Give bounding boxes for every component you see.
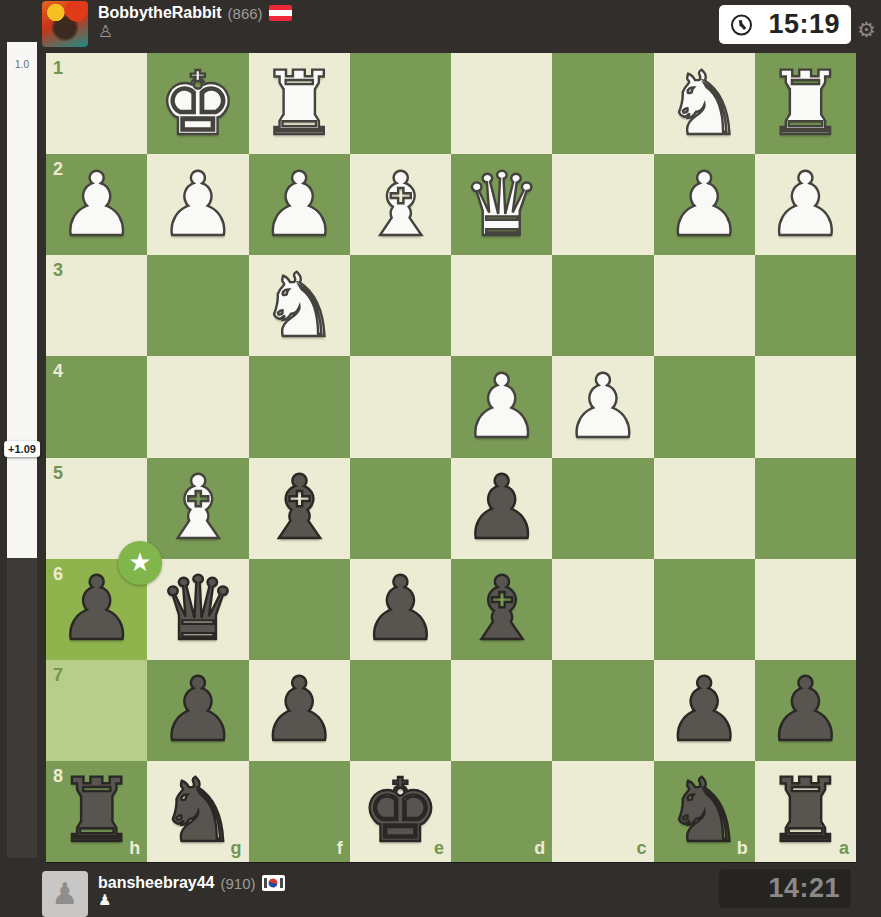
white-king-g1[interactable]: ♚	[147, 53, 248, 154]
white-knight-b1[interactable]: ♞	[654, 53, 755, 154]
square-h8[interactable]: 8h♜	[46, 761, 147, 862]
bottom-player-name[interactable]: bansheebray44	[98, 874, 215, 892]
rank-label-4: 4	[53, 362, 63, 380]
square-a5[interactable]	[755, 458, 856, 559]
clock-icon	[731, 14, 752, 35]
white-rook-a1[interactable]: ♜	[755, 53, 856, 154]
top-player-rating: (866)	[228, 5, 263, 22]
white-pawn-a2[interactable]: ♟	[755, 154, 856, 255]
white-pawn-c4[interactable]: ♟	[552, 356, 653, 457]
square-f1[interactable]: ♜	[249, 53, 350, 154]
square-g2[interactable]: ♟	[147, 154, 248, 255]
square-d1[interactable]	[451, 53, 552, 154]
bottom-player-clock: 14:21	[719, 869, 851, 908]
square-h1[interactable]: 1	[46, 53, 147, 154]
black-pawn-a7[interactable]: ♟	[755, 660, 856, 761]
square-f5[interactable]: ♝	[249, 458, 350, 559]
square-a7[interactable]: ♟	[755, 660, 856, 761]
square-h7[interactable]: 7	[46, 660, 147, 761]
square-e6[interactable]: ♟	[350, 559, 451, 660]
bottom-player-bar: ♟ bansheebray44 (910) ♟	[42, 871, 285, 917]
white-pawn-b2[interactable]: ♟	[654, 154, 755, 255]
white-rook-f1[interactable]: ♜	[249, 53, 350, 154]
square-g4[interactable]	[147, 356, 248, 457]
square-g7[interactable]: ♟	[147, 660, 248, 761]
black-queen-g6[interactable]: ♛	[147, 559, 248, 660]
square-f7[interactable]: ♟	[249, 660, 350, 761]
square-c6[interactable]	[552, 559, 653, 660]
top-player-name[interactable]: BobbytheRabbit	[98, 4, 222, 22]
top-player-bar: BobbytheRabbit (866) ♙	[42, 1, 292, 47]
square-b3[interactable]	[654, 255, 755, 356]
bottom-clock-time: 14:21	[768, 873, 840, 904]
top-clock-time: 15:19	[768, 9, 840, 40]
evaluation-label: +1.09	[4, 441, 40, 457]
black-rook-h8[interactable]: ♜	[46, 761, 147, 862]
evaluation-bar: 1.0 +1.09	[7, 42, 37, 858]
white-pawn-g2[interactable]: ♟	[147, 154, 248, 255]
top-player-clock: 15:19	[719, 5, 851, 44]
square-g5[interactable]: ♝	[147, 458, 248, 559]
square-a3[interactable]	[755, 255, 856, 356]
square-c7[interactable]	[552, 660, 653, 761]
black-pawn-g7[interactable]: ♟	[147, 660, 248, 761]
black-bishop-d6[interactable]: ♝	[451, 559, 552, 660]
square-a8[interactable]: a♜	[755, 761, 856, 862]
square-c3[interactable]	[552, 255, 653, 356]
chess-board[interactable]: ★ 1♚♜♞♜2♟♟♟♝♛♟♟3♞4♟♟5♝♝♟6♟♛♟♝7♟♟♟♟8h♜g♞f…	[46, 53, 856, 863]
bottom-player-avatar[interactable]: ♟	[42, 871, 88, 917]
square-g3[interactable]	[147, 255, 248, 356]
white-queen-d2[interactable]: ♛	[451, 154, 552, 255]
square-f2[interactable]: ♟	[249, 154, 350, 255]
star-icon: ★	[128, 549, 151, 575]
square-e5[interactable]	[350, 458, 451, 559]
square-a6[interactable]	[755, 559, 856, 660]
file-label-c: c	[636, 839, 646, 857]
square-h4[interactable]: 4	[46, 356, 147, 457]
best-move-star-badge: ★	[118, 541, 162, 585]
top-player-avatar[interactable]	[42, 1, 88, 47]
rank-label-7: 7	[53, 666, 63, 684]
square-f8[interactable]: f	[249, 761, 350, 862]
square-c4[interactable]: ♟	[552, 356, 653, 457]
south-korea-flag-icon	[262, 875, 285, 891]
rank-label-1: 1	[53, 59, 63, 77]
square-b7[interactable]: ♟	[654, 660, 755, 761]
black-knight-b8[interactable]: ♞	[654, 761, 755, 862]
square-a1[interactable]: ♜	[755, 53, 856, 154]
square-a4[interactable]	[755, 356, 856, 457]
square-b2[interactable]: ♟	[654, 154, 755, 255]
square-d6[interactable]: ♝	[451, 559, 552, 660]
rank-label-5: 5	[53, 464, 63, 482]
square-d3[interactable]	[451, 255, 552, 356]
square-g1[interactable]: ♚	[147, 53, 248, 154]
black-bishop-f5[interactable]: ♝	[249, 458, 350, 559]
square-f4[interactable]	[249, 356, 350, 457]
evaluation-top-value: 1.0	[7, 59, 37, 70]
square-d8[interactable]: d	[451, 761, 552, 862]
black-pawn-d5[interactable]: ♟	[451, 458, 552, 559]
square-d5[interactable]: ♟	[451, 458, 552, 559]
square-h3[interactable]: 3	[46, 255, 147, 356]
black-knight-g8[interactable]: ♞	[147, 761, 248, 862]
gear-icon[interactable]: ⚙	[857, 20, 876, 41]
white-knight-f3[interactable]: ♞	[249, 255, 350, 356]
square-e3[interactable]	[350, 255, 451, 356]
file-label-f: f	[337, 839, 343, 857]
white-bishop-g5[interactable]: ♝	[147, 458, 248, 559]
black-pawn-b7[interactable]: ♟	[654, 660, 755, 761]
square-c1[interactable]	[552, 53, 653, 154]
white-pawn-d4[interactable]: ♟	[451, 356, 552, 457]
file-label-d: d	[534, 839, 545, 857]
austria-flag-icon	[269, 5, 292, 21]
square-e8[interactable]: e♚	[350, 761, 451, 862]
square-e1[interactable]	[350, 53, 451, 154]
evaluation-bar-white-portion	[7, 42, 37, 558]
square-c8[interactable]: c	[552, 761, 653, 862]
white-bishop-e2[interactable]: ♝	[350, 154, 451, 255]
bottom-player-captured-pieces: ♟	[98, 893, 285, 908]
black-pawn-e6[interactable]: ♟	[350, 559, 451, 660]
square-h2[interactable]: 2♟	[46, 154, 147, 255]
square-f6[interactable]	[249, 559, 350, 660]
square-b4[interactable]	[654, 356, 755, 457]
square-d2[interactable]: ♛	[451, 154, 552, 255]
square-f3[interactable]: ♞	[249, 255, 350, 356]
top-player-captured-pieces: ♙	[98, 23, 292, 40]
black-rook-a8[interactable]: ♜	[755, 761, 856, 862]
square-g8[interactable]: g♞	[147, 761, 248, 862]
black-pawn-f7[interactable]: ♟	[249, 660, 350, 761]
bottom-player-rating: (910)	[221, 875, 256, 892]
square-b6[interactable]	[654, 559, 755, 660]
square-c5[interactable]	[552, 458, 653, 559]
rank-label-3: 3	[53, 261, 63, 279]
square-c2[interactable]	[552, 154, 653, 255]
square-b1[interactable]: ♞	[654, 53, 755, 154]
square-d4[interactable]: ♟	[451, 356, 552, 457]
square-e4[interactable]	[350, 356, 451, 457]
square-g6[interactable]: ♛	[147, 559, 248, 660]
square-b5[interactable]	[654, 458, 755, 559]
square-a2[interactable]: ♟	[755, 154, 856, 255]
square-e7[interactable]	[350, 660, 451, 761]
white-pawn-f2[interactable]: ♟	[249, 154, 350, 255]
black-king-e8[interactable]: ♚	[350, 761, 451, 862]
square-e2[interactable]: ♝	[350, 154, 451, 255]
avatar-pawn-icon: ♟	[52, 879, 79, 909]
white-pawn-h2[interactable]: ♟	[46, 154, 147, 255]
square-b8[interactable]: b♞	[654, 761, 755, 862]
square-d7[interactable]	[451, 660, 552, 761]
